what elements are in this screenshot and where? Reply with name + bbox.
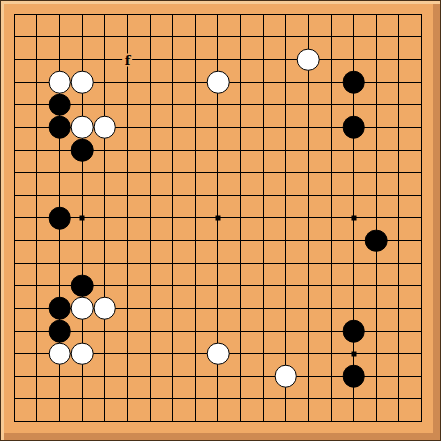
intersection-q6[interactable] bbox=[342, 297, 365, 320]
intersection-e9[interactable] bbox=[94, 229, 117, 252]
intersection-p19[interactable] bbox=[320, 3, 343, 26]
intersection-g16[interactable] bbox=[139, 71, 162, 94]
intersection-k13[interactable] bbox=[207, 139, 230, 162]
intersection-l16[interactable] bbox=[229, 71, 252, 94]
intersection-t2[interactable] bbox=[410, 388, 433, 411]
intersection-q17[interactable] bbox=[342, 48, 365, 71]
intersection-l17[interactable] bbox=[229, 48, 252, 71]
intersection-g9[interactable] bbox=[139, 229, 162, 252]
intersection-g3[interactable] bbox=[139, 365, 162, 388]
intersection-f12[interactable] bbox=[116, 161, 139, 184]
intersection-h9[interactable] bbox=[161, 229, 184, 252]
intersection-e6[interactable]: ○ bbox=[94, 297, 117, 320]
intersection-r10[interactable] bbox=[365, 207, 388, 230]
intersection-t12[interactable] bbox=[410, 161, 433, 184]
intersection-d6[interactable]: ○ bbox=[71, 297, 94, 320]
intersection-b5[interactable] bbox=[26, 320, 49, 343]
intersection-j1[interactable] bbox=[184, 410, 207, 433]
intersection-g5[interactable] bbox=[139, 320, 162, 343]
intersection-f14[interactable] bbox=[116, 116, 139, 139]
intersection-p10[interactable] bbox=[320, 207, 343, 230]
intersection-q16[interactable]: ● bbox=[342, 71, 365, 94]
intersection-b4[interactable] bbox=[26, 342, 49, 365]
intersection-e14[interactable]: ○ bbox=[94, 116, 117, 139]
intersection-c6[interactable]: ● bbox=[48, 297, 71, 320]
intersection-d9[interactable] bbox=[71, 229, 94, 252]
intersection-q8[interactable] bbox=[342, 252, 365, 275]
intersection-e15[interactable] bbox=[94, 94, 117, 117]
intersection-o15[interactable] bbox=[297, 94, 320, 117]
intersection-n6[interactable] bbox=[275, 297, 298, 320]
intersection-e13[interactable] bbox=[94, 139, 117, 162]
intersection-b11[interactable] bbox=[26, 184, 49, 207]
intersection-m19[interactable] bbox=[252, 3, 275, 26]
intersection-c3[interactable] bbox=[48, 365, 71, 388]
intersection-d16[interactable]: ○ bbox=[71, 71, 94, 94]
intersection-c4[interactable]: ○ bbox=[48, 342, 71, 365]
intersection-e8[interactable] bbox=[94, 252, 117, 275]
intersection-j15[interactable] bbox=[184, 94, 207, 117]
intersection-g19[interactable] bbox=[139, 3, 162, 26]
intersection-k5[interactable] bbox=[207, 320, 230, 343]
intersection-a1[interactable] bbox=[3, 410, 26, 433]
intersection-b15[interactable] bbox=[26, 94, 49, 117]
intersection-p15[interactable] bbox=[320, 94, 343, 117]
intersection-p4[interactable] bbox=[320, 342, 343, 365]
intersection-b2[interactable] bbox=[26, 388, 49, 411]
intersection-j14[interactable] bbox=[184, 116, 207, 139]
intersection-k9[interactable] bbox=[207, 229, 230, 252]
intersection-f7[interactable] bbox=[116, 275, 139, 298]
intersection-m2[interactable] bbox=[252, 388, 275, 411]
intersection-g11[interactable] bbox=[139, 184, 162, 207]
intersection-g18[interactable] bbox=[139, 26, 162, 49]
intersection-d8[interactable] bbox=[71, 252, 94, 275]
intersection-q11[interactable] bbox=[342, 184, 365, 207]
intersection-n3[interactable]: ○ bbox=[275, 365, 298, 388]
intersection-d10[interactable] bbox=[71, 207, 94, 230]
intersection-k3[interactable] bbox=[207, 365, 230, 388]
intersection-k8[interactable] bbox=[207, 252, 230, 275]
intersection-h1[interactable] bbox=[161, 410, 184, 433]
intersection-a11[interactable] bbox=[3, 184, 26, 207]
intersection-t9[interactable] bbox=[410, 229, 433, 252]
intersection-e11[interactable] bbox=[94, 184, 117, 207]
intersection-p5[interactable] bbox=[320, 320, 343, 343]
intersection-o11[interactable] bbox=[297, 184, 320, 207]
intersection-t4[interactable] bbox=[410, 342, 433, 365]
intersection-g7[interactable] bbox=[139, 275, 162, 298]
intersection-e17[interactable] bbox=[94, 48, 117, 71]
intersection-h13[interactable] bbox=[161, 139, 184, 162]
intersection-l14[interactable] bbox=[229, 116, 252, 139]
intersection-k12[interactable] bbox=[207, 161, 230, 184]
intersection-t3[interactable] bbox=[410, 365, 433, 388]
intersection-a19[interactable] bbox=[3, 3, 26, 26]
intersection-c13[interactable] bbox=[48, 139, 71, 162]
intersection-k1[interactable] bbox=[207, 410, 230, 433]
intersection-b1[interactable] bbox=[26, 410, 49, 433]
intersection-l19[interactable] bbox=[229, 3, 252, 26]
intersection-h18[interactable] bbox=[161, 26, 184, 49]
intersection-j4[interactable] bbox=[184, 342, 207, 365]
intersection-o4[interactable] bbox=[297, 342, 320, 365]
intersection-m6[interactable] bbox=[252, 297, 275, 320]
intersection-n18[interactable] bbox=[275, 26, 298, 49]
intersection-r1[interactable] bbox=[365, 410, 388, 433]
intersection-s17[interactable] bbox=[388, 48, 411, 71]
intersection-k6[interactable] bbox=[207, 297, 230, 320]
intersection-j18[interactable] bbox=[184, 26, 207, 49]
intersection-o16[interactable] bbox=[297, 71, 320, 94]
intersection-e12[interactable] bbox=[94, 161, 117, 184]
intersection-a3[interactable] bbox=[3, 365, 26, 388]
intersection-f11[interactable] bbox=[116, 184, 139, 207]
intersection-o6[interactable] bbox=[297, 297, 320, 320]
intersection-n12[interactable] bbox=[275, 161, 298, 184]
intersection-c18[interactable] bbox=[48, 26, 71, 49]
intersection-r9[interactable]: ● bbox=[365, 229, 388, 252]
intersection-s8[interactable] bbox=[388, 252, 411, 275]
intersection-n15[interactable] bbox=[275, 94, 298, 117]
intersection-k19[interactable] bbox=[207, 3, 230, 26]
intersection-p6[interactable] bbox=[320, 297, 343, 320]
intersection-t8[interactable] bbox=[410, 252, 433, 275]
intersection-l4[interactable] bbox=[229, 342, 252, 365]
intersection-s16[interactable] bbox=[388, 71, 411, 94]
intersection-m8[interactable] bbox=[252, 252, 275, 275]
intersection-p12[interactable] bbox=[320, 161, 343, 184]
intersection-h12[interactable] bbox=[161, 161, 184, 184]
intersection-b14[interactable] bbox=[26, 116, 49, 139]
intersection-d7[interactable]: ● bbox=[71, 275, 94, 298]
intersection-o3[interactable] bbox=[297, 365, 320, 388]
intersection-d15[interactable] bbox=[71, 94, 94, 117]
intersection-m1[interactable] bbox=[252, 410, 275, 433]
intersection-r8[interactable] bbox=[365, 252, 388, 275]
intersection-a10[interactable] bbox=[3, 207, 26, 230]
intersection-g6[interactable] bbox=[139, 297, 162, 320]
intersection-e5[interactable] bbox=[94, 320, 117, 343]
intersection-j3[interactable] bbox=[184, 365, 207, 388]
intersection-o1[interactable] bbox=[297, 410, 320, 433]
intersection-p17[interactable] bbox=[320, 48, 343, 71]
intersection-d12[interactable] bbox=[71, 161, 94, 184]
intersection-b3[interactable] bbox=[26, 365, 49, 388]
intersection-q12[interactable] bbox=[342, 161, 365, 184]
intersection-a18[interactable] bbox=[3, 26, 26, 49]
intersection-c12[interactable] bbox=[48, 161, 71, 184]
intersection-l10[interactable] bbox=[229, 207, 252, 230]
intersection-c2[interactable] bbox=[48, 388, 71, 411]
intersection-s12[interactable] bbox=[388, 161, 411, 184]
intersection-h10[interactable] bbox=[161, 207, 184, 230]
intersection-d13[interactable]: ● bbox=[71, 139, 94, 162]
intersection-a5[interactable] bbox=[3, 320, 26, 343]
intersection-l11[interactable] bbox=[229, 184, 252, 207]
intersection-l15[interactable] bbox=[229, 94, 252, 117]
intersection-t18[interactable] bbox=[410, 26, 433, 49]
intersection-l18[interactable] bbox=[229, 26, 252, 49]
intersection-d19[interactable] bbox=[71, 3, 94, 26]
intersection-b8[interactable] bbox=[26, 252, 49, 275]
intersection-t13[interactable] bbox=[410, 139, 433, 162]
intersection-k2[interactable] bbox=[207, 388, 230, 411]
intersection-n14[interactable] bbox=[275, 116, 298, 139]
intersection-g1[interactable] bbox=[139, 410, 162, 433]
intersection-h15[interactable] bbox=[161, 94, 184, 117]
intersection-s6[interactable] bbox=[388, 297, 411, 320]
intersection-m16[interactable] bbox=[252, 71, 275, 94]
intersection-g2[interactable] bbox=[139, 388, 162, 411]
intersection-m4[interactable] bbox=[252, 342, 275, 365]
intersection-c7[interactable] bbox=[48, 275, 71, 298]
intersection-n11[interactable] bbox=[275, 184, 298, 207]
intersection-r7[interactable] bbox=[365, 275, 388, 298]
intersection-o8[interactable] bbox=[297, 252, 320, 275]
intersection-f16[interactable] bbox=[116, 71, 139, 94]
intersection-e4[interactable] bbox=[94, 342, 117, 365]
intersection-e10[interactable] bbox=[94, 207, 117, 230]
intersection-f6[interactable] bbox=[116, 297, 139, 320]
intersection-p11[interactable] bbox=[320, 184, 343, 207]
intersection-l1[interactable] bbox=[229, 410, 252, 433]
intersection-h2[interactable] bbox=[161, 388, 184, 411]
intersection-t5[interactable] bbox=[410, 320, 433, 343]
intersection-m5[interactable] bbox=[252, 320, 275, 343]
intersection-d11[interactable] bbox=[71, 184, 94, 207]
intersection-a12[interactable] bbox=[3, 161, 26, 184]
intersection-s9[interactable] bbox=[388, 229, 411, 252]
intersection-l3[interactable] bbox=[229, 365, 252, 388]
intersection-s3[interactable] bbox=[388, 365, 411, 388]
intersection-o19[interactable] bbox=[297, 3, 320, 26]
intersection-f13[interactable] bbox=[116, 139, 139, 162]
intersection-r5[interactable] bbox=[365, 320, 388, 343]
intersection-t11[interactable] bbox=[410, 184, 433, 207]
intersection-d2[interactable] bbox=[71, 388, 94, 411]
intersection-r6[interactable] bbox=[365, 297, 388, 320]
intersection-o7[interactable] bbox=[297, 275, 320, 298]
intersection-f17[interactable]: f bbox=[116, 48, 139, 71]
intersection-q19[interactable] bbox=[342, 3, 365, 26]
intersection-c5[interactable]: ● bbox=[48, 320, 71, 343]
intersection-q3[interactable]: ● bbox=[342, 365, 365, 388]
intersection-e2[interactable] bbox=[94, 388, 117, 411]
intersection-l6[interactable] bbox=[229, 297, 252, 320]
intersection-j2[interactable] bbox=[184, 388, 207, 411]
intersection-q5[interactable]: ● bbox=[342, 320, 365, 343]
intersection-s18[interactable] bbox=[388, 26, 411, 49]
intersection-r16[interactable] bbox=[365, 71, 388, 94]
intersection-h8[interactable] bbox=[161, 252, 184, 275]
intersection-p18[interactable] bbox=[320, 26, 343, 49]
intersection-d14[interactable]: ○ bbox=[71, 116, 94, 139]
intersection-m12[interactable] bbox=[252, 161, 275, 184]
intersection-h3[interactable] bbox=[161, 365, 184, 388]
intersection-m17[interactable] bbox=[252, 48, 275, 71]
intersection-e1[interactable] bbox=[94, 410, 117, 433]
intersection-r2[interactable] bbox=[365, 388, 388, 411]
intersection-b7[interactable] bbox=[26, 275, 49, 298]
intersection-r4[interactable] bbox=[365, 342, 388, 365]
intersection-a4[interactable] bbox=[3, 342, 26, 365]
intersection-f18[interactable] bbox=[116, 26, 139, 49]
intersection-c9[interactable] bbox=[48, 229, 71, 252]
intersection-d5[interactable] bbox=[71, 320, 94, 343]
intersection-g4[interactable] bbox=[139, 342, 162, 365]
intersection-q9[interactable] bbox=[342, 229, 365, 252]
intersection-o13[interactable] bbox=[297, 139, 320, 162]
intersection-b19[interactable] bbox=[26, 3, 49, 26]
intersection-j8[interactable] bbox=[184, 252, 207, 275]
intersection-g8[interactable] bbox=[139, 252, 162, 275]
intersection-k11[interactable] bbox=[207, 184, 230, 207]
intersection-h16[interactable] bbox=[161, 71, 184, 94]
intersection-q7[interactable] bbox=[342, 275, 365, 298]
intersection-a15[interactable] bbox=[3, 94, 26, 117]
intersection-p3[interactable] bbox=[320, 365, 343, 388]
intersection-q13[interactable] bbox=[342, 139, 365, 162]
intersection-c15[interactable]: ● bbox=[48, 94, 71, 117]
intersection-q4[interactable] bbox=[342, 342, 365, 365]
intersection-k14[interactable] bbox=[207, 116, 230, 139]
intersection-f8[interactable] bbox=[116, 252, 139, 275]
intersection-s14[interactable] bbox=[388, 116, 411, 139]
intersection-o9[interactable] bbox=[297, 229, 320, 252]
intersection-c11[interactable] bbox=[48, 184, 71, 207]
intersection-a13[interactable] bbox=[3, 139, 26, 162]
intersection-o17[interactable]: ○ bbox=[297, 48, 320, 71]
intersection-k18[interactable] bbox=[207, 26, 230, 49]
intersection-f5[interactable] bbox=[116, 320, 139, 343]
intersection-r15[interactable] bbox=[365, 94, 388, 117]
intersection-o12[interactable] bbox=[297, 161, 320, 184]
intersection-j11[interactable] bbox=[184, 184, 207, 207]
intersection-k15[interactable] bbox=[207, 94, 230, 117]
intersection-n16[interactable] bbox=[275, 71, 298, 94]
intersection-m10[interactable] bbox=[252, 207, 275, 230]
intersection-b12[interactable] bbox=[26, 161, 49, 184]
intersection-m3[interactable] bbox=[252, 365, 275, 388]
intersection-j17[interactable] bbox=[184, 48, 207, 71]
intersection-b18[interactable] bbox=[26, 26, 49, 49]
intersection-r3[interactable] bbox=[365, 365, 388, 388]
intersection-n10[interactable] bbox=[275, 207, 298, 230]
intersection-t14[interactable] bbox=[410, 116, 433, 139]
intersection-s5[interactable] bbox=[388, 320, 411, 343]
intersection-l2[interactable] bbox=[229, 388, 252, 411]
intersection-h17[interactable] bbox=[161, 48, 184, 71]
intersection-m18[interactable] bbox=[252, 26, 275, 49]
point-label-f[interactable]: f bbox=[123, 53, 133, 66]
intersection-j16[interactable] bbox=[184, 71, 207, 94]
intersection-g10[interactable] bbox=[139, 207, 162, 230]
intersection-j19[interactable] bbox=[184, 3, 207, 26]
intersection-t17[interactable] bbox=[410, 48, 433, 71]
intersection-j5[interactable] bbox=[184, 320, 207, 343]
intersection-e18[interactable] bbox=[94, 26, 117, 49]
intersection-b6[interactable] bbox=[26, 297, 49, 320]
intersection-j13[interactable] bbox=[184, 139, 207, 162]
intersection-d1[interactable] bbox=[71, 410, 94, 433]
intersection-p2[interactable] bbox=[320, 388, 343, 411]
intersection-t15[interactable] bbox=[410, 94, 433, 117]
intersection-k16[interactable]: ○ bbox=[207, 71, 230, 94]
intersection-s2[interactable] bbox=[388, 388, 411, 411]
intersection-j7[interactable] bbox=[184, 275, 207, 298]
intersection-m7[interactable] bbox=[252, 275, 275, 298]
intersection-k10[interactable] bbox=[207, 207, 230, 230]
intersection-n19[interactable] bbox=[275, 3, 298, 26]
intersection-c17[interactable] bbox=[48, 48, 71, 71]
intersection-f4[interactable] bbox=[116, 342, 139, 365]
intersection-a17[interactable] bbox=[3, 48, 26, 71]
intersection-f19[interactable] bbox=[116, 3, 139, 26]
intersection-r13[interactable] bbox=[365, 139, 388, 162]
intersection-m9[interactable] bbox=[252, 229, 275, 252]
intersection-r19[interactable] bbox=[365, 3, 388, 26]
intersection-h14[interactable] bbox=[161, 116, 184, 139]
intersection-f15[interactable] bbox=[116, 94, 139, 117]
intersection-t6[interactable] bbox=[410, 297, 433, 320]
intersection-l13[interactable] bbox=[229, 139, 252, 162]
intersection-c19[interactable] bbox=[48, 3, 71, 26]
intersection-g17[interactable] bbox=[139, 48, 162, 71]
intersection-a16[interactable] bbox=[3, 71, 26, 94]
intersection-l9[interactable] bbox=[229, 229, 252, 252]
intersection-a7[interactable] bbox=[3, 275, 26, 298]
intersection-o5[interactable] bbox=[297, 320, 320, 343]
intersection-h19[interactable] bbox=[161, 3, 184, 26]
intersection-g12[interactable] bbox=[139, 161, 162, 184]
intersection-n4[interactable] bbox=[275, 342, 298, 365]
intersection-k17[interactable] bbox=[207, 48, 230, 71]
intersection-p1[interactable] bbox=[320, 410, 343, 433]
intersection-q18[interactable] bbox=[342, 26, 365, 49]
intersection-d17[interactable] bbox=[71, 48, 94, 71]
intersection-a2[interactable] bbox=[3, 388, 26, 411]
intersection-l5[interactable] bbox=[229, 320, 252, 343]
intersection-q15[interactable] bbox=[342, 94, 365, 117]
intersection-h7[interactable] bbox=[161, 275, 184, 298]
intersection-n8[interactable] bbox=[275, 252, 298, 275]
intersection-m15[interactable] bbox=[252, 94, 275, 117]
intersection-f10[interactable] bbox=[116, 207, 139, 230]
intersection-b10[interactable] bbox=[26, 207, 49, 230]
intersection-c16[interactable]: ○ bbox=[48, 71, 71, 94]
intersection-h4[interactable] bbox=[161, 342, 184, 365]
intersection-a9[interactable] bbox=[3, 229, 26, 252]
intersection-o2[interactable] bbox=[297, 388, 320, 411]
intersection-n5[interactable] bbox=[275, 320, 298, 343]
intersection-t16[interactable] bbox=[410, 71, 433, 94]
intersection-r18[interactable] bbox=[365, 26, 388, 49]
intersection-f1[interactable] bbox=[116, 410, 139, 433]
intersection-c1[interactable] bbox=[48, 410, 71, 433]
intersection-m14[interactable] bbox=[252, 116, 275, 139]
intersection-e16[interactable] bbox=[94, 71, 117, 94]
intersection-j9[interactable] bbox=[184, 229, 207, 252]
intersection-c10[interactable]: ● bbox=[48, 207, 71, 230]
intersection-c8[interactable] bbox=[48, 252, 71, 275]
intersection-r12[interactable] bbox=[365, 161, 388, 184]
intersection-q2[interactable] bbox=[342, 388, 365, 411]
intersection-j12[interactable] bbox=[184, 161, 207, 184]
intersection-r11[interactable] bbox=[365, 184, 388, 207]
intersection-p7[interactable] bbox=[320, 275, 343, 298]
intersection-f3[interactable] bbox=[116, 365, 139, 388]
